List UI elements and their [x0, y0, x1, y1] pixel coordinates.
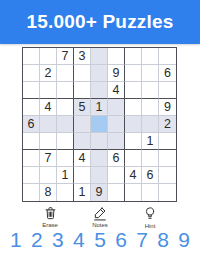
cell-r3c7[interactable] [125, 82, 142, 99]
cell-r4c9[interactable]: 9 [159, 99, 176, 116]
cell-r2c8[interactable] [142, 65, 159, 82]
cell-r7c4[interactable]: 4 [74, 150, 91, 167]
cell-r1c9[interactable] [159, 48, 176, 65]
cell-r4c7[interactable] [125, 99, 142, 116]
cell-r8c9[interactable] [159, 167, 176, 184]
cell-r9c6[interactable] [108, 184, 125, 201]
cell-r7c1[interactable] [23, 150, 40, 167]
cell-r9c1[interactable] [23, 184, 40, 201]
cell-r2c4[interactable] [74, 65, 91, 82]
cell-r5c7[interactable] [125, 116, 142, 133]
cell-r9c4[interactable]: 1 [74, 184, 91, 201]
cell-r8c3[interactable]: 1 [57, 167, 74, 184]
cell-r1c7[interactable] [125, 48, 142, 65]
cell-r7c6[interactable]: 6 [108, 150, 125, 167]
cell-r4c1[interactable] [23, 99, 40, 116]
cell-r2c5[interactable] [91, 65, 108, 82]
sudoku-app: 15.000+ Puzzles 7329644519621746146819 E… [0, 0, 200, 266]
cell-r4c2[interactable]: 4 [40, 99, 57, 116]
cell-r4c6[interactable] [108, 99, 125, 116]
cell-r4c4[interactable]: 5 [74, 99, 91, 116]
trash-icon [43, 205, 58, 221]
cell-r6c1[interactable] [23, 133, 40, 150]
cell-r2c2[interactable]: 2 [40, 65, 57, 82]
cell-r3c1[interactable] [23, 82, 40, 99]
cell-r9c7[interactable] [125, 184, 142, 201]
cell-r6c6[interactable] [108, 133, 125, 150]
cell-r6c4[interactable] [74, 133, 91, 150]
numpad-1[interactable]: 1 [10, 229, 22, 250]
cell-r3c8[interactable] [142, 82, 159, 99]
cell-r2c6[interactable]: 9 [108, 65, 125, 82]
sudoku-board[interactable]: 7329644519621746146819 [22, 47, 177, 202]
cell-r8c4[interactable] [74, 167, 91, 184]
numpad-9[interactable]: 9 [178, 229, 190, 250]
cell-r1c1[interactable] [23, 48, 40, 65]
cell-r3c9[interactable] [159, 82, 176, 99]
cell-r2c1[interactable] [23, 65, 40, 82]
cell-r6c9[interactable] [159, 133, 176, 150]
cell-r3c2[interactable] [40, 82, 57, 99]
numpad-5[interactable]: 5 [94, 229, 106, 250]
cell-r3c6[interactable]: 4 [108, 82, 125, 99]
cell-r6c8[interactable]: 1 [142, 133, 159, 150]
cell-r5c6[interactable] [108, 116, 125, 133]
pencil-icon [92, 205, 108, 221]
cell-r1c4[interactable]: 3 [74, 48, 91, 65]
cell-r1c2[interactable] [40, 48, 57, 65]
number-pad: 1 2 3 4 5 6 7 8 9 [10, 226, 190, 252]
cell-r4c3[interactable] [57, 99, 74, 116]
cell-r7c3[interactable] [57, 150, 74, 167]
numpad-8[interactable]: 8 [157, 229, 169, 250]
cell-r6c5[interactable] [91, 133, 108, 150]
page-title: 15.000+ Puzzles [26, 11, 173, 33]
cell-r1c5[interactable] [91, 48, 108, 65]
cell-r3c5[interactable] [91, 82, 108, 99]
cell-r2c9[interactable]: 6 [159, 65, 176, 82]
cell-r6c3[interactable] [57, 133, 74, 150]
cell-r8c6[interactable] [108, 167, 125, 184]
cell-r2c3[interactable] [57, 65, 74, 82]
cell-r9c8[interactable] [142, 184, 159, 201]
numpad-6[interactable]: 6 [115, 229, 127, 250]
cell-r4c5[interactable]: 1 [91, 99, 108, 116]
cell-r8c2[interactable] [40, 167, 57, 184]
cell-r9c2[interactable]: 8 [40, 184, 57, 201]
cell-r6c2[interactable] [40, 133, 57, 150]
cell-r5c1[interactable]: 6 [23, 116, 40, 133]
numpad-2[interactable]: 2 [31, 229, 43, 250]
cell-r5c8[interactable] [142, 116, 159, 133]
cell-r3c3[interactable] [57, 82, 74, 99]
cell-r9c3[interactable] [57, 184, 74, 201]
cell-r8c5[interactable] [91, 167, 108, 184]
cell-r7c5[interactable] [91, 150, 108, 167]
cell-r9c9[interactable] [159, 184, 176, 201]
numpad-3[interactable]: 3 [52, 229, 64, 250]
cell-r1c3[interactable]: 7 [57, 48, 74, 65]
cell-r6c7[interactable] [125, 133, 142, 150]
cell-r5c9[interactable]: 2 [159, 116, 176, 133]
cell-r7c7[interactable] [125, 150, 142, 167]
lightbulb-icon [143, 205, 157, 222]
cell-r7c9[interactable] [159, 150, 176, 167]
cell-r5c2[interactable] [40, 116, 57, 133]
cell-r8c1[interactable] [23, 167, 40, 184]
cell-r5c3[interactable] [57, 116, 74, 133]
cell-r7c2[interactable]: 7 [40, 150, 57, 167]
cell-r2c7[interactable] [125, 65, 142, 82]
cell-r5c5[interactable] [91, 116, 108, 133]
cell-r4c8[interactable] [142, 99, 159, 116]
numpad-4[interactable]: 4 [73, 229, 85, 250]
cell-r8c7[interactable]: 4 [125, 167, 142, 184]
cell-r9c5[interactable]: 9 [91, 184, 108, 201]
cell-r1c8[interactable] [142, 48, 159, 65]
cell-r3c4[interactable] [74, 82, 91, 99]
header-banner: 15.000+ Puzzles [0, 0, 200, 44]
numpad-7[interactable]: 7 [136, 229, 148, 250]
cell-r5c4[interactable] [74, 116, 91, 133]
cell-r7c8[interactable] [142, 150, 159, 167]
cell-r1c6[interactable] [108, 48, 125, 65]
cell-r8c8[interactable]: 6 [142, 167, 159, 184]
